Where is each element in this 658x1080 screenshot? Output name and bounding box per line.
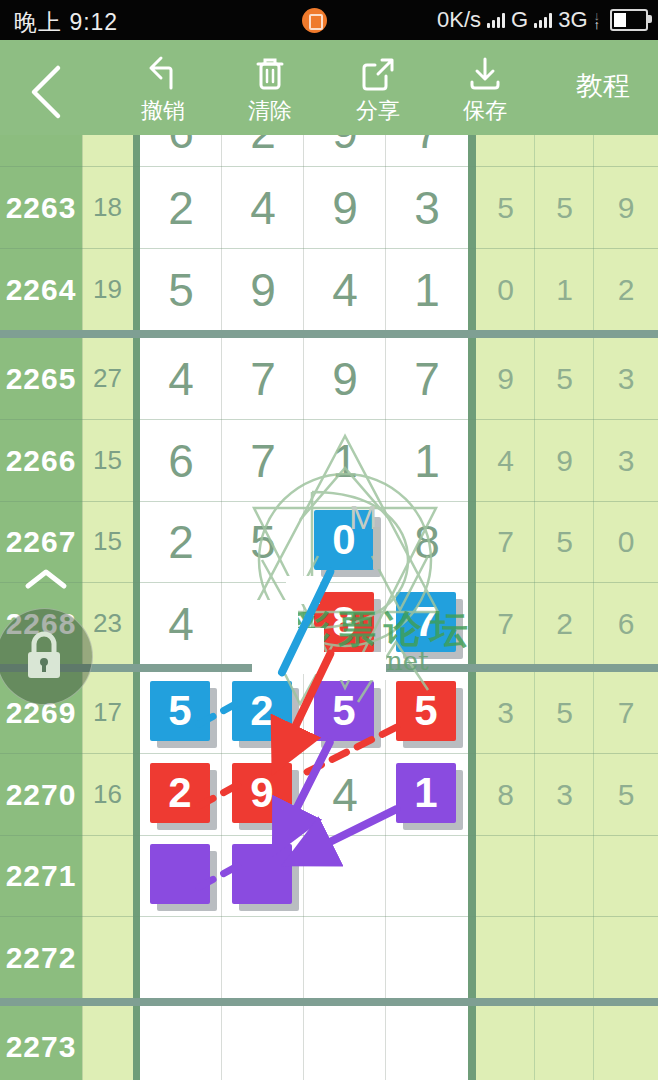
save-label: 保存 — [440, 96, 530, 126]
partial-digit-cell: 9 — [304, 135, 386, 159]
aux-digit-cell[interactable] — [594, 917, 658, 998]
save-icon — [465, 54, 505, 94]
share-label: 分享 — [333, 96, 423, 126]
clock-label: 晚上 9:12 — [14, 7, 118, 38]
clear-button[interactable]: 清除 — [225, 48, 315, 130]
app-screen: 晚上 9:12 0K/s G 3G ↓↑ 撤销 — [0, 0, 658, 1080]
share-icon — [358, 54, 398, 94]
digit-cell[interactable]: 9 — [222, 249, 304, 330]
sum-cell: 19 — [82, 249, 133, 330]
undo-label: 撤销 — [118, 96, 208, 126]
aux-digit-cell[interactable] — [476, 835, 535, 916]
digit-cell[interactable] — [222, 917, 304, 998]
sum-cell: 27 — [82, 338, 133, 419]
aux-digit-cell[interactable]: 7 — [594, 672, 658, 753]
trash-icon — [250, 54, 290, 94]
undo-icon — [143, 54, 183, 94]
marked-digit-cell[interactable] — [232, 844, 292, 904]
aux-digit-cell[interactable]: 2 — [594, 249, 658, 330]
aux-digit-cell[interactable]: 0 — [594, 501, 658, 582]
marked-digit-cell[interactable]: 7 — [396, 592, 456, 652]
marked-digit-cell[interactable]: 5 — [396, 681, 456, 741]
aux-digit-cell[interactable]: 0 — [476, 249, 535, 330]
digit-cell[interactable] — [386, 1006, 468, 1080]
sum-cell — [82, 835, 133, 916]
digit-cell[interactable]: 7 — [222, 420, 304, 501]
aux-digit-cell[interactable]: 5 — [594, 754, 658, 835]
aux-digit-cell[interactable]: 8 — [476, 754, 535, 835]
aux-digit-cell[interactable]: 5 — [535, 672, 594, 753]
digit-cell[interactable] — [222, 1006, 304, 1080]
sum-cell: 15 — [82, 420, 133, 501]
aux-digit-cell[interactable]: 3 — [535, 754, 594, 835]
toolbar: 撤销 清除 分享 保存 教程 — [0, 40, 658, 135]
aux-digit-cell[interactable]: 4 — [476, 420, 535, 501]
aux-digit-cell[interactable]: 6 — [594, 583, 658, 664]
sum-cell: 17 — [82, 672, 133, 753]
aux-digit-cell[interactable] — [535, 1006, 594, 1080]
aux-digit-cell[interactable] — [594, 1006, 658, 1080]
sum-cell: 15 — [82, 501, 133, 582]
digit-cell[interactable]: 3 — [386, 167, 468, 248]
issue-cell: 2264 — [0, 249, 82, 330]
digit-cell[interactable]: 2 — [140, 501, 222, 582]
carrier-g-label: G — [511, 7, 528, 33]
net-speed-label: 0K/s — [437, 7, 481, 33]
marked-digit-cell[interactable]: 0 — [314, 510, 374, 570]
marked-digit-cell[interactable] — [150, 844, 210, 904]
aux-digit-cell[interactable] — [476, 917, 535, 998]
aux-digit-cell[interactable]: 7 — [476, 501, 535, 582]
digit-cell[interactable]: 1 — [386, 420, 468, 501]
aux-digit-cell[interactable]: 7 — [476, 583, 535, 664]
aux-digit-cell[interactable]: 5 — [535, 501, 594, 582]
aux-digit-cell[interactable]: 9 — [594, 167, 658, 248]
aux-digit-cell[interactable]: 9 — [476, 338, 535, 419]
marked-digit-cell[interactable]: 5 — [150, 681, 210, 741]
digit-cell[interactable]: 7 — [386, 338, 468, 419]
aux-digit-cell[interactable]: 3 — [594, 420, 658, 501]
aux-digit-cell[interactable] — [535, 835, 594, 916]
digit-cell[interactable]: 7 — [222, 338, 304, 419]
data-arrows-icon: ↓↑ — [594, 11, 601, 29]
digit-cell[interactable]: 4 — [304, 754, 386, 835]
aux-digit-cell[interactable]: 3 — [476, 672, 535, 753]
digit-cell[interactable] — [386, 917, 468, 998]
digit-cell[interactable]: 4 — [222, 583, 304, 664]
scroll-up-icon[interactable] — [24, 568, 68, 590]
partial-digit-cell: 6 — [140, 135, 222, 159]
sum-cell: 18 — [82, 167, 133, 248]
digit-cell[interactable]: 9 — [304, 167, 386, 248]
aux-digit-cell[interactable] — [476, 1006, 535, 1080]
digit-cell[interactable] — [304, 917, 386, 998]
digit-cell[interactable]: 6 — [140, 420, 222, 501]
aux-digit-cell[interactable]: 9 — [535, 420, 594, 501]
aux-digit-cell[interactable]: 5 — [476, 167, 535, 248]
aux-digit-cell[interactable] — [594, 835, 658, 916]
share-button[interactable]: 分享 — [333, 48, 423, 130]
digit-cell[interactable]: 8 — [386, 501, 468, 582]
aux-digit-cell[interactable]: 3 — [594, 338, 658, 419]
digit-cell[interactable]: 4 — [304, 249, 386, 330]
sum-cell: 16 — [82, 754, 133, 835]
aux-digit-cell[interactable]: 5 — [535, 338, 594, 419]
issue-cell: 2263 — [0, 167, 82, 248]
signal-bars-icon — [487, 12, 505, 28]
marked-digit-cell[interactable]: 2 — [150, 763, 210, 823]
marked-digit-cell[interactable]: 2 — [232, 681, 292, 741]
signal-bars2-icon — [534, 12, 552, 28]
digit-cell[interactable]: 5 — [222, 501, 304, 582]
marked-digit-cell[interactable]: 1 — [396, 763, 456, 823]
issue-cell: 2271 — [0, 835, 82, 916]
digit-cell[interactable]: 4 — [140, 583, 222, 664]
digit-cell[interactable]: 4 — [222, 167, 304, 248]
digit-cell[interactable]: 1 — [304, 420, 386, 501]
issue-cell: 2266 — [0, 420, 82, 501]
clear-label: 清除 — [225, 96, 315, 126]
digit-cell[interactable]: 1 — [386, 249, 468, 330]
issue-cell: 2270 — [0, 754, 82, 835]
marked-digit-cell[interactable]: 8 — [314, 592, 374, 652]
back-icon[interactable] — [22, 62, 68, 122]
partial-digit-cell: 2 — [222, 135, 304, 159]
digit-cell[interactable] — [140, 917, 222, 998]
notification-badge-icon — [302, 8, 327, 33]
trend-table: 6297226318249355922641959410122265274797… — [0, 135, 658, 1080]
aux-digit-cell[interactable]: 2 — [535, 583, 594, 664]
digit-cell[interactable]: 9 — [304, 338, 386, 419]
digit-cell[interactable]: 4 — [140, 338, 222, 419]
network-3g-label: 3G — [558, 7, 587, 33]
lock-icon — [22, 629, 66, 681]
sum-cell — [82, 917, 133, 998]
digit-cell[interactable]: 2 — [140, 167, 222, 248]
issue-cell: 2273 — [0, 1006, 82, 1080]
battery-icon — [610, 9, 648, 31]
save-button[interactable]: 保存 — [440, 48, 530, 130]
status-bar: 晚上 9:12 0K/s G 3G ↓↑ — [0, 0, 658, 40]
partial-digit-cell: 7 — [386, 135, 468, 159]
sum-cell — [82, 1006, 133, 1080]
aux-digit-cell[interactable]: 5 — [535, 167, 594, 248]
lock-overlay-button[interactable] — [0, 608, 93, 705]
marked-digit-cell[interactable]: 9 — [232, 763, 292, 823]
undo-button[interactable]: 撤销 — [118, 48, 208, 130]
marked-digit-cell[interactable]: 5 — [314, 681, 374, 741]
digit-cell[interactable]: 5 — [140, 249, 222, 330]
digit-cell[interactable] — [304, 1006, 386, 1080]
digit-cell[interactable] — [140, 1006, 222, 1080]
aux-digit-cell[interactable] — [535, 917, 594, 998]
digit-cell[interactable] — [304, 835, 386, 916]
issue-cell: 2272 — [0, 917, 82, 998]
issue-cell: 2265 — [0, 338, 82, 419]
digit-cell[interactable] — [386, 835, 468, 916]
tutorial-button[interactable]: 教程 — [576, 68, 630, 104]
aux-digit-cell[interactable]: 1 — [535, 249, 594, 330]
